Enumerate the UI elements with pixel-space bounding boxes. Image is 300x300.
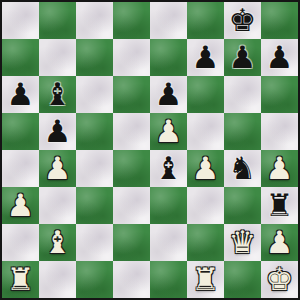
white-rook[interactable]: ♜ <box>192 261 220 298</box>
square-a6[interactable]: ♟ <box>2 76 39 113</box>
square-e7[interactable] <box>150 39 187 76</box>
black-pawn[interactable]: ♟ <box>266 39 294 76</box>
square-f1[interactable]: ♜ <box>187 261 224 298</box>
square-c5[interactable] <box>76 113 113 150</box>
square-c2[interactable] <box>76 224 113 261</box>
square-c3[interactable] <box>76 187 113 224</box>
white-bishop[interactable]: ♝ <box>44 224 72 261</box>
white-pawn[interactable]: ♟ <box>266 150 294 187</box>
square-h4[interactable]: ♟ <box>261 150 298 187</box>
square-h8[interactable] <box>261 2 298 39</box>
white-pawn[interactable]: ♟ <box>266 224 294 261</box>
square-g3[interactable] <box>224 187 261 224</box>
square-a1[interactable]: ♜ <box>2 261 39 298</box>
square-f5[interactable] <box>187 113 224 150</box>
square-h1[interactable]: ♚ <box>261 261 298 298</box>
square-f4[interactable]: ♟ <box>187 150 224 187</box>
square-e6[interactable]: ♟ <box>150 76 187 113</box>
square-b2[interactable]: ♝ <box>39 224 76 261</box>
square-d4[interactable] <box>113 150 150 187</box>
black-pawn[interactable]: ♟ <box>229 39 257 76</box>
black-bishop[interactable]: ♝ <box>44 76 72 113</box>
square-e2[interactable] <box>150 224 187 261</box>
black-king[interactable]: ♚ <box>229 2 257 39</box>
square-b6[interactable]: ♝ <box>39 76 76 113</box>
square-a2[interactable] <box>2 224 39 261</box>
square-a4[interactable] <box>2 150 39 187</box>
square-c6[interactable] <box>76 76 113 113</box>
square-e8[interactable] <box>150 2 187 39</box>
square-h7[interactable]: ♟ <box>261 39 298 76</box>
square-g7[interactable]: ♟ <box>224 39 261 76</box>
square-d3[interactable] <box>113 187 150 224</box>
square-a7[interactable] <box>2 39 39 76</box>
square-b5[interactable]: ♟ <box>39 113 76 150</box>
square-b1[interactable] <box>39 261 76 298</box>
square-b7[interactable] <box>39 39 76 76</box>
square-h2[interactable]: ♟ <box>261 224 298 261</box>
square-h6[interactable] <box>261 76 298 113</box>
square-e1[interactable] <box>150 261 187 298</box>
square-e4[interactable]: ♝ <box>150 150 187 187</box>
square-g1[interactable] <box>224 261 261 298</box>
black-pawn[interactable]: ♟ <box>7 76 35 113</box>
white-queen[interactable]: ♛ <box>229 224 257 261</box>
square-f2[interactable] <box>187 224 224 261</box>
black-pawn[interactable]: ♟ <box>192 39 220 76</box>
square-b4[interactable]: ♟ <box>39 150 76 187</box>
square-f3[interactable] <box>187 187 224 224</box>
white-pawn[interactable]: ♟ <box>7 187 35 224</box>
square-f8[interactable] <box>187 2 224 39</box>
white-rook[interactable]: ♜ <box>7 261 35 298</box>
square-g8[interactable]: ♚ <box>224 2 261 39</box>
chess-board: ♚♟♟♟♟♝♟♟♟♟♝♟♞♟♟♜♝♛♟♜♜♚ <box>0 0 300 300</box>
square-d1[interactable] <box>113 261 150 298</box>
square-c7[interactable] <box>76 39 113 76</box>
square-b3[interactable] <box>39 187 76 224</box>
square-c4[interactable] <box>76 150 113 187</box>
square-d5[interactable] <box>113 113 150 150</box>
black-knight[interactable]: ♞ <box>229 150 257 187</box>
square-a5[interactable] <box>2 113 39 150</box>
black-bishop[interactable]: ♝ <box>155 150 183 187</box>
square-d2[interactable] <box>113 224 150 261</box>
square-h5[interactable] <box>261 113 298 150</box>
black-pawn[interactable]: ♟ <box>155 76 183 113</box>
square-c8[interactable] <box>76 2 113 39</box>
white-pawn[interactable]: ♟ <box>44 150 72 187</box>
white-king[interactable]: ♚ <box>266 261 294 298</box>
square-d8[interactable] <box>113 2 150 39</box>
square-d7[interactable] <box>113 39 150 76</box>
square-g5[interactable] <box>224 113 261 150</box>
white-pawn[interactable]: ♟ <box>192 150 220 187</box>
square-g4[interactable]: ♞ <box>224 150 261 187</box>
black-rook[interactable]: ♜ <box>266 187 294 224</box>
square-g6[interactable] <box>224 76 261 113</box>
square-b8[interactable] <box>39 2 76 39</box>
square-c1[interactable] <box>76 261 113 298</box>
square-a3[interactable]: ♟ <box>2 187 39 224</box>
square-e3[interactable] <box>150 187 187 224</box>
square-g2[interactable]: ♛ <box>224 224 261 261</box>
square-e5[interactable]: ♟ <box>150 113 187 150</box>
black-pawn[interactable]: ♟ <box>44 113 72 150</box>
square-d6[interactable] <box>113 76 150 113</box>
square-h3[interactable]: ♜ <box>261 187 298 224</box>
square-a8[interactable] <box>2 2 39 39</box>
white-pawn[interactable]: ♟ <box>155 113 183 150</box>
square-f7[interactable]: ♟ <box>187 39 224 76</box>
square-f6[interactable] <box>187 76 224 113</box>
